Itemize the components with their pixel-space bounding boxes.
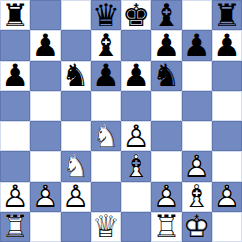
- square-c7[interactable]: [61, 30, 91, 60]
- piece-outline-layer: ♖: [151, 212, 181, 242]
- piece-black-pawn: ♟: [182, 30, 212, 60]
- square-g7[interactable]: ♟: [182, 30, 212, 60]
- piece-fill-layer: ♟: [212, 182, 242, 212]
- piece-outline-layer: ♘: [61, 151, 91, 181]
- square-a4[interactable]: [0, 121, 30, 151]
- piece-white-king: ♚♔: [182, 212, 212, 242]
- piece-fill-layer: ♟: [121, 61, 151, 91]
- piece-outline-layer: ♙: [61, 182, 91, 212]
- square-h2[interactable]: ♟♙: [212, 182, 242, 212]
- square-c1[interactable]: [61, 212, 91, 242]
- piece-outline-layer: ♔: [182, 212, 212, 242]
- piece-fill-layer: ♟: [0, 61, 30, 91]
- square-f7[interactable]: ♟: [151, 30, 181, 60]
- piece-fill-layer: ♟: [182, 30, 212, 60]
- square-b2[interactable]: ♟♙: [30, 182, 60, 212]
- piece-fill-layer: ♝: [91, 30, 121, 60]
- square-a1[interactable]: ♜♖: [0, 212, 30, 242]
- square-c3[interactable]: ♞♘: [61, 151, 91, 181]
- piece-white-bishop: ♝♗: [121, 151, 151, 181]
- piece-fill-layer: ♝: [121, 151, 151, 181]
- piece-outline-layer: ♗: [121, 151, 151, 181]
- square-e1[interactable]: [121, 212, 151, 242]
- piece-black-bishop: ♝: [151, 0, 181, 30]
- piece-black-rook: ♜: [0, 0, 30, 30]
- piece-white-pawn: ♟♙: [30, 182, 60, 212]
- square-h5[interactable]: [212, 91, 242, 121]
- piece-fill-layer: ♟: [182, 151, 212, 181]
- piece-outline-layer: ♗: [182, 182, 212, 212]
- piece-black-knight: ♞: [151, 61, 181, 91]
- square-h1[interactable]: [212, 212, 242, 242]
- square-a7[interactable]: [0, 30, 30, 60]
- square-h4[interactable]: [212, 121, 242, 151]
- piece-fill-layer: ♚: [121, 0, 151, 30]
- square-a6[interactable]: ♟: [0, 61, 30, 91]
- piece-outline-layer: ♙: [0, 182, 30, 212]
- piece-black-pawn: ♟: [30, 30, 60, 60]
- piece-black-pawn: ♟: [151, 30, 181, 60]
- piece-outline-layer: ♙: [212, 182, 242, 212]
- piece-white-pawn: ♟♙: [0, 182, 30, 212]
- square-h8[interactable]: ♜: [212, 0, 242, 30]
- square-e3[interactable]: ♝♗: [121, 151, 151, 181]
- square-f1[interactable]: ♜♖: [151, 212, 181, 242]
- piece-white-pawn: ♟♙: [61, 182, 91, 212]
- square-e2[interactable]: [121, 182, 151, 212]
- square-f8[interactable]: ♝: [151, 0, 181, 30]
- piece-outline-layer: ♙: [30, 182, 60, 212]
- square-e5[interactable]: [121, 91, 151, 121]
- piece-fill-layer: ♟: [0, 182, 30, 212]
- square-g1[interactable]: ♚♔: [182, 212, 212, 242]
- piece-fill-layer: ♟: [61, 182, 91, 212]
- square-b5[interactable]: [30, 91, 60, 121]
- piece-fill-layer: ♞: [61, 61, 91, 91]
- square-g3[interactable]: ♟♙: [182, 151, 212, 181]
- piece-fill-layer: ♟: [151, 30, 181, 60]
- square-e6[interactable]: ♟: [121, 61, 151, 91]
- square-d4[interactable]: ♞♘: [91, 121, 121, 151]
- square-c8[interactable]: [61, 0, 91, 30]
- square-d3[interactable]: [91, 151, 121, 181]
- square-d7[interactable]: ♝: [91, 30, 121, 60]
- piece-black-rook: ♜: [212, 0, 242, 30]
- piece-white-rook: ♜♖: [151, 212, 181, 242]
- piece-black-queen: ♛: [91, 0, 121, 30]
- square-b4[interactable]: [30, 121, 60, 151]
- square-c2[interactable]: ♟♙: [61, 182, 91, 212]
- piece-outline-layer: ♙: [182, 151, 212, 181]
- piece-white-pawn: ♟♙: [121, 121, 151, 151]
- piece-outline-layer: ♖: [0, 212, 30, 242]
- piece-fill-layer: ♜: [151, 212, 181, 242]
- piece-fill-layer: ♞: [91, 121, 121, 151]
- piece-fill-layer: ♟: [91, 61, 121, 91]
- square-f4[interactable]: [151, 121, 181, 151]
- square-b3[interactable]: [30, 151, 60, 181]
- piece-fill-layer: ♞: [151, 61, 181, 91]
- piece-fill-layer: ♝: [151, 0, 181, 30]
- square-f6[interactable]: ♞: [151, 61, 181, 91]
- piece-white-knight: ♞♘: [61, 151, 91, 181]
- square-c6[interactable]: ♞: [61, 61, 91, 91]
- piece-white-rook: ♜♖: [0, 212, 30, 242]
- square-g6[interactable]: [182, 61, 212, 91]
- piece-fill-layer: ♞: [61, 151, 91, 181]
- piece-fill-layer: ♝: [182, 182, 212, 212]
- square-c4[interactable]: [61, 121, 91, 151]
- square-h7[interactable]: ♟: [212, 30, 242, 60]
- square-a3[interactable]: [0, 151, 30, 181]
- square-b6[interactable]: [30, 61, 60, 91]
- square-h6[interactable]: [212, 61, 242, 91]
- piece-fill-layer: ♟: [121, 121, 151, 151]
- chess-board: ♜♛♚♝♜♟♝♟♟♟♟♞♟♟♞♞♘♟♙♞♘♝♗♟♙♟♙♟♙♟♙♟♙♝♗♟♙♜♖♛…: [0, 0, 242, 242]
- piece-white-pawn: ♟♙: [182, 151, 212, 181]
- piece-outline-layer: ♕: [91, 212, 121, 242]
- square-e8[interactable]: ♚: [121, 0, 151, 30]
- piece-black-pawn: ♟: [0, 61, 30, 91]
- square-a8[interactable]: ♜: [0, 0, 30, 30]
- piece-fill-layer: ♚: [182, 212, 212, 242]
- square-e7[interactable]: [121, 30, 151, 60]
- square-d5[interactable]: [91, 91, 121, 121]
- piece-white-pawn: ♟♙: [212, 182, 242, 212]
- piece-black-knight: ♞: [61, 61, 91, 91]
- piece-black-pawn: ♟: [212, 30, 242, 60]
- piece-white-queen: ♛♕: [91, 212, 121, 242]
- square-c5[interactable]: [61, 91, 91, 121]
- square-g2[interactable]: ♝♗: [182, 182, 212, 212]
- piece-black-pawn: ♟: [91, 61, 121, 91]
- square-g8[interactable]: [182, 0, 212, 30]
- square-f3[interactable]: [151, 151, 181, 181]
- square-a2[interactable]: ♟♙: [0, 182, 30, 212]
- piece-fill-layer: ♜: [0, 0, 30, 30]
- piece-black-king: ♚: [121, 0, 151, 30]
- square-b8[interactable]: [30, 0, 60, 30]
- piece-outline-layer: ♙: [151, 182, 181, 212]
- piece-outline-layer: ♙: [121, 121, 151, 151]
- square-b1[interactable]: [30, 212, 60, 242]
- piece-black-bishop: ♝: [91, 30, 121, 60]
- square-g5[interactable]: [182, 91, 212, 121]
- piece-outline-layer: ♘: [91, 121, 121, 151]
- square-d2[interactable]: [91, 182, 121, 212]
- square-f2[interactable]: ♟♙: [151, 182, 181, 212]
- piece-fill-layer: ♟: [30, 30, 60, 60]
- square-e4[interactable]: ♟♙: [121, 121, 151, 151]
- square-a5[interactable]: [0, 91, 30, 121]
- piece-fill-layer: ♜: [212, 0, 242, 30]
- piece-fill-layer: ♛: [91, 212, 121, 242]
- piece-fill-layer: ♟: [151, 182, 181, 212]
- piece-fill-layer: ♜: [0, 212, 30, 242]
- square-f5[interactable]: [151, 91, 181, 121]
- piece-fill-layer: ♟: [212, 30, 242, 60]
- square-d1[interactable]: ♛♕: [91, 212, 121, 242]
- square-b7[interactable]: ♟: [30, 30, 60, 60]
- piece-white-bishop: ♝♗: [182, 182, 212, 212]
- piece-fill-layer: ♟: [30, 182, 60, 212]
- square-g4[interactable]: [182, 121, 212, 151]
- piece-white-pawn: ♟♙: [151, 182, 181, 212]
- square-d8[interactable]: ♛: [91, 0, 121, 30]
- piece-white-knight: ♞♘: [91, 121, 121, 151]
- piece-fill-layer: ♛: [91, 0, 121, 30]
- square-d6[interactable]: ♟: [91, 61, 121, 91]
- square-h3[interactable]: [212, 151, 242, 181]
- piece-black-pawn: ♟: [121, 61, 151, 91]
